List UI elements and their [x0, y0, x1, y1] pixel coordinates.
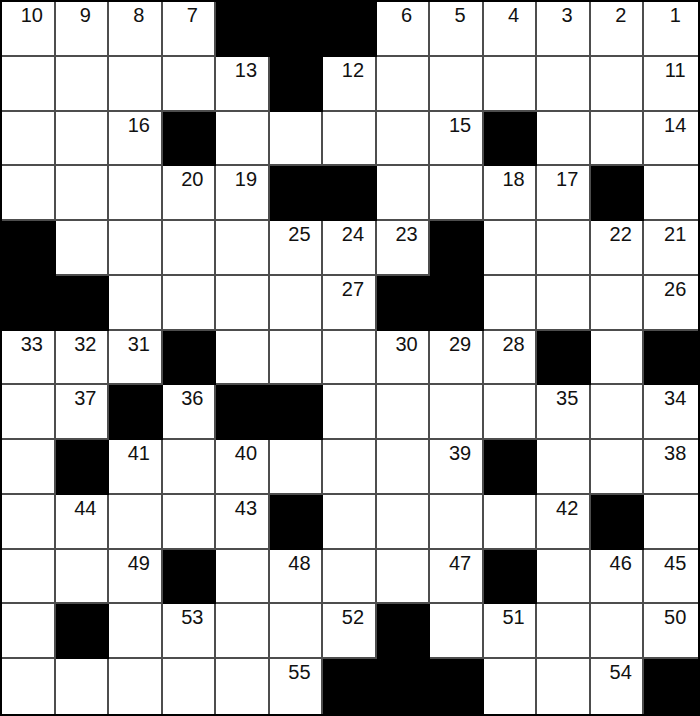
black-cell: [377, 604, 431, 659]
grid-cell[interactable]: 10: [2, 2, 56, 57]
grid-cell[interactable]: [377, 550, 431, 605]
grid-cell[interactable]: 17: [537, 166, 591, 221]
grid-cell[interactable]: 46: [591, 550, 645, 605]
grid-cell[interactable]: [323, 440, 377, 495]
grid-cell[interactable]: [377, 57, 431, 112]
black-cell: [163, 331, 217, 386]
grid-cell[interactable]: [216, 604, 270, 659]
grid-cell[interactable]: 40: [216, 440, 270, 495]
clue-number: 50: [644, 606, 698, 628]
clue-number: 35: [537, 387, 589, 409]
black-cell: [323, 166, 377, 221]
grid-cell[interactable]: [2, 495, 56, 550]
clue-number: 46: [591, 552, 643, 574]
grid-cell[interactable]: 49: [109, 550, 163, 605]
clue-number: 16: [109, 114, 161, 136]
clue-number: 21: [644, 223, 698, 245]
grid-cell[interactable]: [484, 385, 538, 440]
black-cell: [484, 112, 538, 167]
grid-cell[interactable]: [484, 221, 538, 276]
grid-cell[interactable]: 32: [56, 331, 110, 386]
grid-cell[interactable]: [163, 57, 217, 112]
clue-number: 33: [2, 333, 54, 355]
grid-cell[interactable]: 2: [591, 2, 645, 57]
grid-cell[interactable]: 42: [537, 495, 591, 550]
grid-cell[interactable]: [644, 495, 698, 550]
grid-cell[interactable]: 43: [216, 495, 270, 550]
clue-number: 14: [644, 114, 698, 136]
clue-number: 18: [484, 168, 536, 190]
clue-number: 24: [323, 223, 375, 245]
grid-cell[interactable]: [484, 276, 538, 331]
grid-cell[interactable]: [537, 112, 591, 167]
grid-cell[interactable]: 16: [109, 112, 163, 167]
grid-cell[interactable]: [2, 550, 56, 605]
grid-cell[interactable]: 1: [644, 2, 698, 57]
grid-cell[interactable]: [216, 221, 270, 276]
grid-cell[interactable]: 5: [430, 2, 484, 57]
black-cell: [377, 659, 431, 714]
black-cell: [430, 221, 484, 276]
clue-number: 40: [216, 442, 268, 464]
clue-number: 43: [216, 497, 268, 519]
grid-cell[interactable]: 3: [537, 2, 591, 57]
clue-number: 53: [163, 606, 215, 628]
grid-cell[interactable]: 33: [2, 331, 56, 386]
grid-cell[interactable]: [270, 331, 324, 386]
grid-cell[interactable]: [109, 57, 163, 112]
grid-cell[interactable]: [537, 57, 591, 112]
grid-cell[interactable]: [323, 550, 377, 605]
grid-cell[interactable]: 51: [484, 604, 538, 659]
grid-cell[interactable]: [109, 659, 163, 714]
grid-cell[interactable]: 38: [644, 440, 698, 495]
grid-cell[interactable]: 27: [323, 276, 377, 331]
clue-number: 3: [537, 4, 589, 26]
grid-cell[interactable]: 39: [430, 440, 484, 495]
grid-cell[interactable]: 7: [163, 2, 217, 57]
grid-cell[interactable]: [591, 57, 645, 112]
black-cell: [270, 2, 324, 57]
grid-cell[interactable]: [109, 276, 163, 331]
grid-cell[interactable]: 54: [591, 659, 645, 714]
clue-number: 37: [56, 387, 108, 409]
grid-cell[interactable]: 48: [270, 550, 324, 605]
grid-cell[interactable]: [163, 440, 217, 495]
grid-cell[interactable]: 23: [377, 221, 431, 276]
grid-cell[interactable]: [323, 495, 377, 550]
grid-cell[interactable]: [323, 112, 377, 167]
grid-cell[interactable]: 44: [56, 495, 110, 550]
grid-cell[interactable]: 29: [430, 331, 484, 386]
clue-number: 1: [644, 4, 698, 26]
grid-cell[interactable]: 20: [163, 166, 217, 221]
clue-number: 36: [163, 387, 215, 409]
black-cell: [2, 276, 56, 331]
clue-number: 4: [484, 4, 536, 26]
grid-cell[interactable]: [430, 57, 484, 112]
grid-cell[interactable]: 6: [377, 2, 431, 57]
black-cell: [56, 276, 110, 331]
black-cell: [109, 385, 163, 440]
clue-number: 7: [163, 4, 215, 26]
grid-cell[interactable]: 12: [323, 57, 377, 112]
clue-number: 6: [377, 4, 429, 26]
grid-cell[interactable]: [377, 385, 431, 440]
grid-cell[interactable]: [56, 659, 110, 714]
grid-cell[interactable]: [484, 659, 538, 714]
grid-cell[interactable]: [591, 385, 645, 440]
grid-cell[interactable]: [2, 385, 56, 440]
black-cell: [644, 331, 698, 386]
grid-cell[interactable]: [216, 331, 270, 386]
grid-cell[interactable]: [2, 112, 56, 167]
grid-cell[interactable]: 18: [484, 166, 538, 221]
grid-cell[interactable]: 36: [163, 385, 217, 440]
grid-cell[interactable]: 55: [270, 659, 324, 714]
grid-cell[interactable]: [591, 112, 645, 167]
grid-cell[interactable]: 22: [591, 221, 645, 276]
clue-number: 28: [484, 333, 536, 355]
grid-cell[interactable]: [430, 166, 484, 221]
grid-cell[interactable]: [2, 57, 56, 112]
black-cell: [56, 440, 110, 495]
grid-cell[interactable]: 8: [109, 2, 163, 57]
grid-cell[interactable]: [163, 495, 217, 550]
grid-cell[interactable]: [109, 604, 163, 659]
grid-cell[interactable]: [163, 221, 217, 276]
grid-cell[interactable]: 45: [644, 550, 698, 605]
black-cell: [56, 604, 110, 659]
clue-number: 2: [591, 4, 643, 26]
clue-number: 25: [270, 223, 322, 245]
grid-cell[interactable]: [484, 57, 538, 112]
crossword-grid: 1098765432113121116151420191817252423222…: [0, 0, 700, 716]
grid-cell[interactable]: 14: [644, 112, 698, 167]
grid-cell[interactable]: 4: [484, 2, 538, 57]
grid-cell[interactable]: 52: [323, 604, 377, 659]
clue-number: 15: [430, 114, 482, 136]
clue-number: 5: [430, 4, 482, 26]
grid-cell[interactable]: [216, 276, 270, 331]
black-cell: [270, 57, 324, 112]
grid-cell[interactable]: [109, 495, 163, 550]
grid-cell[interactable]: [270, 604, 324, 659]
clue-number: 49: [109, 552, 161, 574]
grid-cell[interactable]: 37: [56, 385, 110, 440]
black-cell: [163, 550, 217, 605]
grid-cell[interactable]: [163, 276, 217, 331]
clue-number: 10: [2, 4, 54, 26]
clue-number: 27: [323, 278, 375, 300]
black-cell: [323, 659, 377, 714]
black-cell: [591, 166, 645, 221]
grid-cell[interactable]: [323, 385, 377, 440]
grid-cell[interactable]: [56, 166, 110, 221]
clue-number: 44: [56, 497, 108, 519]
black-cell: [270, 495, 324, 550]
grid-cell[interactable]: 11: [644, 57, 698, 112]
clue-number: 30: [377, 333, 429, 355]
grid-cell[interactable]: [591, 440, 645, 495]
grid-cell[interactable]: [644, 166, 698, 221]
grid-cell[interactable]: 53: [163, 604, 217, 659]
grid-cell[interactable]: [270, 276, 324, 331]
clue-number: 11: [644, 59, 698, 81]
clue-number: 17: [537, 168, 589, 190]
black-cell: [163, 112, 217, 167]
grid-cell[interactable]: 26: [644, 276, 698, 331]
grid-cell[interactable]: 28: [484, 331, 538, 386]
grid-cell[interactable]: 30: [377, 331, 431, 386]
grid-cell[interactable]: [2, 166, 56, 221]
black-cell: [484, 440, 538, 495]
black-cell: [270, 166, 324, 221]
grid-cell[interactable]: [591, 276, 645, 331]
clue-number: 47: [430, 552, 482, 574]
clue-number: 54: [591, 661, 643, 683]
grid-cell[interactable]: 15: [430, 112, 484, 167]
grid-cell[interactable]: [216, 659, 270, 714]
grid-cell[interactable]: [216, 550, 270, 605]
grid-cell[interactable]: 34: [644, 385, 698, 440]
grid-cell[interactable]: [537, 659, 591, 714]
grid-cell[interactable]: [377, 112, 431, 167]
grid-cell[interactable]: 24: [323, 221, 377, 276]
grid-cell[interactable]: [163, 659, 217, 714]
black-cell: [644, 659, 698, 714]
clue-number: 34: [644, 387, 698, 409]
black-cell: [430, 659, 484, 714]
grid-cell[interactable]: [430, 495, 484, 550]
clue-number: 22: [591, 223, 643, 245]
grid-cell[interactable]: [323, 331, 377, 386]
grid-cell[interactable]: [216, 112, 270, 167]
clue-number: 51: [484, 606, 536, 628]
clue-number: 26: [644, 278, 698, 300]
grid-cell[interactable]: [537, 604, 591, 659]
grid-cell[interactable]: [109, 221, 163, 276]
clue-number: 45: [644, 552, 698, 574]
grid-cell[interactable]: 35: [537, 385, 591, 440]
clue-number: 41: [109, 442, 161, 464]
grid-cell[interactable]: [270, 112, 324, 167]
clue-number: 9: [56, 4, 108, 26]
clue-number: 8: [109, 4, 161, 26]
grid-cell[interactable]: 50: [644, 604, 698, 659]
grid-cell[interactable]: [2, 440, 56, 495]
grid-cell[interactable]: [56, 112, 110, 167]
black-cell: [484, 550, 538, 605]
grid-cell[interactable]: 13: [216, 57, 270, 112]
clue-number: 48: [270, 552, 322, 574]
grid-cell[interactable]: [2, 604, 56, 659]
grid-cell[interactable]: [537, 276, 591, 331]
grid-cell[interactable]: 31: [109, 331, 163, 386]
grid-cell[interactable]: [537, 550, 591, 605]
grid-cell[interactable]: [377, 166, 431, 221]
black-cell: [2, 221, 56, 276]
black-cell: [591, 495, 645, 550]
grid-cell[interactable]: [537, 440, 591, 495]
black-cell: [270, 385, 324, 440]
clue-number: 38: [644, 442, 698, 464]
clue-number: 55: [270, 661, 322, 683]
grid-cell[interactable]: 41: [109, 440, 163, 495]
clue-number: 12: [323, 59, 375, 81]
grid-cell[interactable]: [56, 57, 110, 112]
grid-cell[interactable]: [430, 604, 484, 659]
clue-number: 42: [537, 497, 589, 519]
clue-number: 20: [163, 168, 215, 190]
black-cell: [323, 2, 377, 57]
grid-cell[interactable]: [56, 221, 110, 276]
grid-cell[interactable]: 47: [430, 550, 484, 605]
clue-number: 13: [216, 59, 268, 81]
grid-cell[interactable]: [270, 440, 324, 495]
grid-cell[interactable]: [2, 659, 56, 714]
grid-cell[interactable]: [109, 166, 163, 221]
grid-cell[interactable]: 25: [270, 221, 324, 276]
grid-cell[interactable]: [591, 604, 645, 659]
black-cell: [537, 331, 591, 386]
black-cell: [216, 385, 270, 440]
clue-number: 32: [56, 333, 108, 355]
grid-cell[interactable]: [484, 495, 538, 550]
grid-cell[interactable]: 21: [644, 221, 698, 276]
clue-number: 19: [216, 168, 268, 190]
black-cell: [430, 276, 484, 331]
grid-cell[interactable]: [56, 550, 110, 605]
grid-cell[interactable]: 9: [56, 2, 110, 57]
clue-number: 23: [377, 223, 429, 245]
black-cell: [216, 2, 270, 57]
grid-cell[interactable]: [537, 221, 591, 276]
clue-number: 52: [323, 606, 375, 628]
grid-cell[interactable]: [377, 440, 431, 495]
grid-cell[interactable]: 19: [216, 166, 270, 221]
black-cell: [377, 276, 431, 331]
clue-number: 29: [430, 333, 482, 355]
clue-number: 39: [430, 442, 482, 464]
clue-number: 31: [109, 333, 161, 355]
grid-cell[interactable]: [430, 385, 484, 440]
grid-cell[interactable]: [377, 495, 431, 550]
grid-cell[interactable]: [591, 331, 645, 386]
